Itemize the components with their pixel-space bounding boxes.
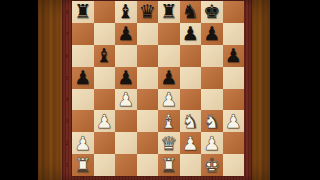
rank-label-2: 2 [62,132,72,154]
piece-white-king[interactable]: ♚ [203,155,220,174]
square-f7[interactable]: ♟ [180,23,202,45]
piece-black-pawn[interactable]: ♟ [160,68,177,87]
piece-white-queen[interactable]: ♛ [160,133,177,152]
piece-white-pawn[interactable]: ♟ [117,89,134,108]
square-h1[interactable] [223,154,245,176]
square-h4[interactable] [223,89,245,111]
piece-black-knight[interactable]: ♞ [182,2,199,21]
square-e7[interactable] [158,23,180,45]
piece-black-pawn[interactable]: ♟ [182,24,199,43]
wood-background: 87654321 ♜♝♛♜♞♚♟♟♟♝♟♟♟♟♟♟♟♝♞♞♟♟♛♟♟♜♜♚ ab… [38,0,270,180]
square-f8[interactable]: ♞ [180,1,202,23]
square-d2[interactable] [137,132,159,154]
piece-black-bishop[interactable]: ♝ [117,2,134,21]
file-label-f: f [180,176,202,180]
piece-white-bishop[interactable]: ♝ [160,111,177,130]
square-g1[interactable]: ♚ [201,154,223,176]
square-c2[interactable] [115,132,137,154]
square-f6[interactable] [180,45,202,67]
piece-white-pawn[interactable]: ♟ [182,133,199,152]
piece-black-rook[interactable]: ♜ [74,2,91,21]
piece-white-knight[interactable]: ♞ [182,111,199,130]
square-d8[interactable]: ♛ [137,1,159,23]
square-d4[interactable] [137,89,159,111]
piece-black-king[interactable]: ♚ [203,2,220,21]
file-label-d: d [137,176,159,180]
file-label-b: b [94,176,116,180]
square-b3[interactable]: ♟ [94,110,116,132]
square-g7[interactable]: ♟ [201,23,223,45]
piece-white-pawn[interactable]: ♟ [74,133,91,152]
rank-label-1: 1 [62,154,72,176]
square-d1[interactable] [137,154,159,176]
square-e8[interactable]: ♜ [158,1,180,23]
piece-white-rook[interactable]: ♜ [160,155,177,174]
square-h2[interactable] [223,132,245,154]
square-b7[interactable] [94,23,116,45]
piece-white-pawn[interactable]: ♟ [160,89,177,108]
file-label-e: e [158,176,180,180]
square-h8[interactable] [223,1,245,23]
square-d7[interactable] [137,23,159,45]
square-e3[interactable]: ♝ [158,110,180,132]
square-g4[interactable] [201,89,223,111]
board-frame: 87654321 ♜♝♛♜♞♚♟♟♟♝♟♟♟♟♟♟♟♝♞♞♟♟♛♟♟♜♜♚ ab… [62,0,252,180]
rank-label-5: 5 [62,67,72,89]
rank-label-7: 7 [62,23,72,45]
square-h6[interactable]: ♟ [223,45,245,67]
rank-label-8: 8 [62,1,72,23]
square-f3[interactable]: ♞ [180,110,202,132]
square-a1[interactable]: ♜ [72,154,94,176]
square-h3[interactable]: ♟ [223,110,245,132]
square-h5[interactable] [223,67,245,89]
square-f1[interactable] [180,154,202,176]
square-b2[interactable] [94,132,116,154]
square-f2[interactable]: ♟ [180,132,202,154]
piece-black-pawn[interactable]: ♟ [74,68,91,87]
square-c5[interactable]: ♟ [115,67,137,89]
square-b5[interactable] [94,67,116,89]
square-e1[interactable]: ♜ [158,154,180,176]
square-f4[interactable] [180,89,202,111]
square-e5[interactable]: ♟ [158,67,180,89]
square-c7[interactable]: ♟ [115,23,137,45]
square-a7[interactable] [72,23,94,45]
square-c3[interactable] [115,110,137,132]
square-b4[interactable] [94,89,116,111]
piece-white-rook[interactable]: ♜ [74,155,91,174]
piece-white-knight[interactable]: ♞ [203,111,220,130]
piece-black-pawn[interactable]: ♟ [117,24,134,43]
square-d5[interactable] [137,67,159,89]
piece-black-pawn[interactable]: ♟ [117,68,134,87]
file-label-c: c [115,176,137,180]
file-label-a: a [72,176,94,180]
piece-black-pawn[interactable]: ♟ [225,46,242,65]
square-h7[interactable] [223,23,245,45]
square-g3[interactable]: ♞ [201,110,223,132]
square-g8[interactable]: ♚ [201,1,223,23]
square-f5[interactable] [180,67,202,89]
rank-label-4: 4 [62,89,72,111]
square-e4[interactable]: ♟ [158,89,180,111]
square-g6[interactable] [201,45,223,67]
letterbox-left [0,0,38,180]
piece-black-pawn[interactable]: ♟ [203,24,220,43]
rank-label-3: 3 [62,110,72,132]
piece-white-pawn[interactable]: ♟ [225,111,242,130]
letterbox-right [270,0,320,180]
square-b1[interactable] [94,154,116,176]
square-d3[interactable] [137,110,159,132]
file-labels: abcdefgh [72,176,244,180]
square-c6[interactable] [115,45,137,67]
square-c4[interactable]: ♟ [115,89,137,111]
square-c1[interactable] [115,154,137,176]
square-a2[interactable]: ♟ [72,132,94,154]
piece-white-pawn[interactable]: ♟ [203,133,220,152]
chess-board: ♜♝♛♜♞♚♟♟♟♝♟♟♟♟♟♟♟♝♞♞♟♟♛♟♟♜♜♚ [72,1,244,176]
file-label-h: h [223,176,245,180]
square-a3[interactable] [72,110,94,132]
rank-labels: 87654321 [62,1,72,176]
square-e6[interactable] [158,45,180,67]
square-g2[interactable]: ♟ [201,132,223,154]
square-g5[interactable] [201,67,223,89]
square-b6[interactable]: ♝ [94,45,116,67]
square-a8[interactable]: ♜ [72,1,94,23]
square-a4[interactable] [72,89,94,111]
square-b8[interactable] [94,1,116,23]
square-d6[interactable] [137,45,159,67]
piece-black-bishop[interactable]: ♝ [96,46,113,65]
square-e2[interactable]: ♛ [158,132,180,154]
square-a5[interactable]: ♟ [72,67,94,89]
file-label-g: g [201,176,223,180]
piece-black-queen[interactable]: ♛ [139,2,156,21]
square-a6[interactable] [72,45,94,67]
piece-black-rook[interactable]: ♜ [160,2,177,21]
rank-label-6: 6 [62,45,72,67]
square-c8[interactable]: ♝ [115,1,137,23]
piece-white-pawn[interactable]: ♟ [96,111,113,130]
